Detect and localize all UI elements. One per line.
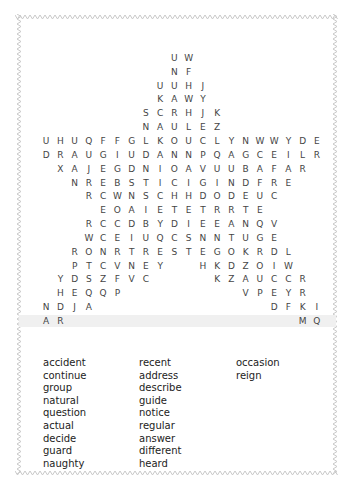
grid-cell[interactable]: R bbox=[53, 315, 67, 329]
grid-cell-empty bbox=[210, 79, 224, 93]
grid-cell[interactable]: A bbox=[68, 162, 82, 176]
grid-cell-empty bbox=[68, 190, 82, 204]
grid-cell-empty bbox=[167, 301, 181, 315]
grid-cell-empty bbox=[296, 259, 310, 273]
grid-cell[interactable]: D bbox=[167, 218, 181, 232]
border-zigzag-right bbox=[332, 14, 339, 476]
grid-cell[interactable]: W bbox=[253, 135, 267, 149]
grid-cell[interactable]: N bbox=[125, 190, 139, 204]
grid-cell-empty bbox=[139, 79, 153, 93]
grid-cell-empty bbox=[310, 52, 324, 66]
grid-cell[interactable]: Y bbox=[281, 135, 295, 149]
grid-cell[interactable]: D bbox=[68, 273, 82, 287]
grid-cell-empty bbox=[196, 65, 210, 79]
grid-cell[interactable]: G bbox=[96, 148, 110, 162]
grid-cell[interactable]: V bbox=[125, 273, 139, 287]
grid-cell[interactable]: Y bbox=[281, 287, 295, 301]
grid-cell-empty bbox=[253, 315, 267, 329]
grid-cell-empty bbox=[281, 93, 295, 107]
grid-cell[interactable]: R bbox=[296, 162, 310, 176]
grid-cell-empty bbox=[210, 65, 224, 79]
grid-cell[interactable]: K bbox=[210, 273, 224, 287]
grid-cell-empty bbox=[68, 79, 82, 93]
grid-cell[interactable]: F bbox=[110, 135, 124, 149]
grid-cell[interactable]: U bbox=[167, 79, 181, 93]
grid-cell[interactable]: D bbox=[125, 218, 139, 232]
grid-cell[interactable]: O bbox=[210, 190, 224, 204]
grid-cell[interactable]: U bbox=[68, 135, 82, 149]
grid-cell[interactable]: S bbox=[125, 176, 139, 190]
grid-cell[interactable]: G bbox=[239, 148, 253, 162]
grid-cell-empty bbox=[39, 273, 53, 287]
grid-cell[interactable]: P bbox=[110, 287, 124, 301]
grid-cell-empty bbox=[68, 93, 82, 107]
grid-cell[interactable]: Q bbox=[153, 231, 167, 245]
grid-cell[interactable]: H bbox=[53, 135, 67, 149]
grid-cell[interactable]: C bbox=[139, 273, 153, 287]
grid-cell-empty bbox=[39, 65, 53, 79]
grid-cell-empty bbox=[167, 315, 181, 329]
grid-cell[interactable]: S bbox=[82, 273, 96, 287]
grid-cell-empty bbox=[96, 315, 110, 329]
grid-cell[interactable]: O bbox=[167, 162, 181, 176]
grid-cell[interactable]: T bbox=[182, 245, 196, 259]
grid-cell[interactable]: E bbox=[267, 231, 281, 245]
grid-cell[interactable]: U bbox=[139, 231, 153, 245]
grid-cell-empty bbox=[224, 65, 238, 79]
grid-cell[interactable]: E bbox=[153, 204, 167, 218]
grid-cell[interactable]: D bbox=[196, 190, 210, 204]
grid-cell[interactable]: U bbox=[253, 273, 267, 287]
grid-cell[interactable]: I bbox=[182, 218, 196, 232]
grid-cell[interactable]: U bbox=[239, 231, 253, 245]
grid-cell[interactable]: Q bbox=[96, 287, 110, 301]
grid-cell[interactable]: J bbox=[82, 162, 96, 176]
grid-cell[interactable]: C bbox=[153, 107, 167, 121]
grid-cell-empty bbox=[296, 79, 310, 93]
grid-cell[interactable]: E bbox=[196, 218, 210, 232]
grid-cell[interactable]: R bbox=[110, 245, 124, 259]
grid-cell[interactable]: N bbox=[125, 259, 139, 273]
grid-cell[interactable]: N bbox=[167, 65, 181, 79]
grid-cell[interactable]: Q bbox=[82, 135, 96, 149]
grid-cell[interactable]: C bbox=[96, 218, 110, 232]
grid-cell[interactable]: M bbox=[296, 315, 310, 329]
grid-cell[interactable]: A bbox=[39, 315, 53, 329]
grid-cell[interactable]: E bbox=[239, 190, 253, 204]
grid-cell[interactable]: D bbox=[125, 162, 139, 176]
grid-cell-empty bbox=[281, 231, 295, 245]
grid-cell[interactable]: T bbox=[239, 204, 253, 218]
grid-cell[interactable]: U bbox=[125, 148, 139, 162]
grid-cell-empty bbox=[53, 245, 67, 259]
grid-cell-empty bbox=[153, 287, 167, 301]
border-zigzag-bottom bbox=[15, 470, 339, 477]
grid-cell[interactable]: W bbox=[267, 135, 281, 149]
grid-cell[interactable]: S bbox=[167, 245, 181, 259]
word-list-item: answer bbox=[139, 433, 182, 446]
grid-cell[interactable]: S bbox=[139, 107, 153, 121]
grid-cell[interactable]: H bbox=[182, 79, 196, 93]
grid-cell[interactable]: I bbox=[182, 176, 196, 190]
grid-cell[interactable]: C bbox=[196, 135, 210, 149]
grid-cell[interactable]: A bbox=[224, 218, 238, 232]
word-list-item: describe bbox=[139, 382, 182, 395]
grid-cell-empty bbox=[210, 287, 224, 301]
grid-cell[interactable]: O bbox=[253, 259, 267, 273]
grid-cell[interactable]: E bbox=[96, 176, 110, 190]
grid-cell[interactable]: N bbox=[196, 231, 210, 245]
grid-cell[interactable]: F bbox=[267, 162, 281, 176]
grid-cell[interactable]: G bbox=[196, 176, 210, 190]
grid-cell[interactable]: C bbox=[281, 273, 295, 287]
grid-cell[interactable]: X bbox=[53, 162, 67, 176]
grid-cell[interactable]: L bbox=[210, 135, 224, 149]
grid-cell[interactable]: Z bbox=[210, 121, 224, 135]
grid-cell[interactable]: B bbox=[139, 218, 153, 232]
grid-cell[interactable]: C bbox=[167, 231, 181, 245]
grid-cell[interactable]: B bbox=[110, 176, 124, 190]
grid-cell-empty bbox=[281, 204, 295, 218]
grid-cell-empty bbox=[281, 79, 295, 93]
grid-cell[interactable]: V bbox=[239, 287, 253, 301]
grid-cell[interactable]: K bbox=[210, 107, 224, 121]
grid-cell[interactable]: B bbox=[239, 162, 253, 176]
grid-cell[interactable]: R bbox=[68, 245, 82, 259]
grid-cell[interactable]: N bbox=[139, 162, 153, 176]
grid-cell[interactable]: K bbox=[210, 259, 224, 273]
grid-cell[interactable]: C bbox=[267, 190, 281, 204]
grid-cell[interactable]: U bbox=[224, 162, 238, 176]
grid-cell[interactable]: D bbox=[53, 301, 67, 315]
grid-cell[interactable]: I bbox=[310, 301, 324, 315]
grid-cell[interactable]: F bbox=[182, 65, 196, 79]
grid-cell[interactable]: I bbox=[210, 176, 224, 190]
grid-cell[interactable]: Y bbox=[224, 135, 238, 149]
grid-cell-empty bbox=[125, 287, 139, 301]
grid-cell-empty bbox=[296, 176, 310, 190]
grid-cell[interactable]: H bbox=[182, 107, 196, 121]
grid-cell[interactable]: U bbox=[82, 148, 96, 162]
grid-cell[interactable]: J bbox=[196, 79, 210, 93]
grid-cell[interactable]: R bbox=[82, 190, 96, 204]
grid-cell[interactable]: E bbox=[267, 287, 281, 301]
grid-cell[interactable]: G bbox=[253, 231, 267, 245]
grid-cell[interactable]: D bbox=[267, 245, 281, 259]
grid-cell[interactable]: L bbox=[281, 245, 295, 259]
grid-cell[interactable]: A bbox=[253, 162, 267, 176]
grid-cell[interactable]: N bbox=[139, 121, 153, 135]
grid-cell[interactable]: I bbox=[125, 231, 139, 245]
grid-cell[interactable]: U bbox=[167, 121, 181, 135]
grid-cell[interactable]: U bbox=[39, 135, 53, 149]
grid-cell[interactable]: R bbox=[310, 148, 324, 162]
grid-cell[interactable]: E bbox=[96, 162, 110, 176]
grid-cell[interactable]: F bbox=[96, 135, 110, 149]
grid-cell-empty bbox=[39, 287, 53, 301]
grid-cell[interactable]: R bbox=[267, 176, 281, 190]
grid-cell[interactable]: W bbox=[182, 93, 196, 107]
grid-cell-empty bbox=[82, 121, 96, 135]
grid-cell-empty bbox=[224, 301, 238, 315]
grid-cell[interactable]: S bbox=[182, 231, 196, 245]
grid-cell[interactable]: N bbox=[210, 231, 224, 245]
grid-cell[interactable]: G bbox=[125, 135, 139, 149]
grid-cell[interactable]: F bbox=[110, 273, 124, 287]
grid-cell[interactable]: T bbox=[125, 245, 139, 259]
word-list-item: address bbox=[139, 370, 182, 383]
grid-cell-empty bbox=[310, 79, 324, 93]
grid-cell[interactable]: T bbox=[82, 259, 96, 273]
grid-cell[interactable]: U bbox=[182, 135, 196, 149]
grid-cell[interactable]: R bbox=[53, 148, 67, 162]
grid-cell[interactable]: L bbox=[296, 148, 310, 162]
grid-cell[interactable]: R bbox=[253, 245, 267, 259]
grid-cell[interactable]: C bbox=[96, 259, 110, 273]
grid-cell[interactable]: Z bbox=[239, 259, 253, 273]
grid-cell[interactable]: R bbox=[224, 204, 238, 218]
grid-cell-empty bbox=[253, 301, 267, 315]
grid-cell[interactable]: D bbox=[224, 190, 238, 204]
grid-cell[interactable]: R bbox=[82, 218, 96, 232]
grid-cell[interactable]: T bbox=[167, 204, 181, 218]
grid-cell[interactable]: H bbox=[196, 259, 210, 273]
grid-cell-empty bbox=[53, 79, 67, 93]
grid-cell[interactable]: I bbox=[139, 204, 153, 218]
grid-cell-empty bbox=[139, 93, 153, 107]
grid-cell[interactable]: C bbox=[167, 176, 181, 190]
grid-cell[interactable]: E bbox=[267, 148, 281, 162]
grid-cell[interactable]: E bbox=[96, 204, 110, 218]
grid-cell-empty bbox=[267, 121, 281, 135]
grid-cell[interactable]: N bbox=[182, 148, 196, 162]
grid-cell[interactable]: A bbox=[153, 148, 167, 162]
grid-cell[interactable]: A bbox=[153, 121, 167, 135]
grid-cell[interactable]: N bbox=[39, 301, 53, 315]
grid-cell[interactable]: D bbox=[139, 148, 153, 162]
grid-cell[interactable]: V bbox=[110, 259, 124, 273]
grid-cell-empty bbox=[39, 218, 53, 232]
grid-cell-empty bbox=[68, 315, 82, 329]
grid-cell[interactable]: O bbox=[110, 204, 124, 218]
grid-cell[interactable]: A bbox=[167, 93, 181, 107]
grid-cell[interactable]: I bbox=[153, 162, 167, 176]
grid-cell-empty bbox=[310, 204, 324, 218]
grid-cell[interactable]: N bbox=[167, 148, 181, 162]
grid-cell-empty bbox=[167, 273, 181, 287]
grid-cell[interactable]: U bbox=[167, 52, 181, 66]
grid-cell[interactable]: K bbox=[296, 301, 310, 315]
grid-cell[interactable]: N bbox=[239, 135, 253, 149]
word-list-item: guard bbox=[43, 445, 86, 458]
grid-cell[interactable]: E bbox=[210, 218, 224, 232]
grid-cell[interactable]: E bbox=[153, 245, 167, 259]
grid-cell[interactable]: Q bbox=[310, 315, 324, 329]
grid-cell[interactable]: C bbox=[110, 218, 124, 232]
grid-cell[interactable]: P bbox=[68, 259, 82, 273]
grid-cell-empty bbox=[82, 65, 96, 79]
grid-cell[interactable]: I bbox=[281, 148, 295, 162]
grid-cell[interactable]: H bbox=[53, 287, 67, 301]
grid-cell[interactable]: E bbox=[110, 231, 124, 245]
grid-cell-empty bbox=[310, 245, 324, 259]
grid-cell-empty bbox=[82, 204, 96, 218]
grid-cell-empty bbox=[68, 52, 82, 66]
grid-cell-empty bbox=[110, 65, 124, 79]
grid-cell[interactable]: A bbox=[224, 148, 238, 162]
grid-cell[interactable]: A bbox=[182, 162, 196, 176]
grid-cell[interactable]: C bbox=[267, 273, 281, 287]
grid-cell[interactable]: Y bbox=[153, 218, 167, 232]
grid-cell[interactable]: T bbox=[196, 204, 210, 218]
grid-cell[interactable]: R bbox=[296, 287, 310, 301]
grid-cell-empty bbox=[125, 93, 139, 107]
grid-cell[interactable]: A bbox=[82, 301, 96, 315]
grid-cell[interactable]: U bbox=[253, 190, 267, 204]
grid-cell[interactable]: A bbox=[125, 204, 139, 218]
grid-cell[interactable]: N bbox=[224, 176, 238, 190]
grid-cell-empty bbox=[53, 204, 67, 218]
grid-cell-empty bbox=[296, 107, 310, 121]
grid-cell-empty bbox=[53, 259, 67, 273]
grid-cell[interactable]: W bbox=[82, 231, 96, 245]
grid-cell-empty bbox=[310, 65, 324, 79]
grid-cell[interactable]: A bbox=[239, 273, 253, 287]
grid-cell[interactable]: J bbox=[68, 301, 82, 315]
word-list-item: continue bbox=[43, 370, 86, 383]
grid-cell[interactable]: K bbox=[239, 245, 253, 259]
grid-cell[interactable]: E bbox=[68, 287, 82, 301]
grid-cell-empty bbox=[196, 273, 210, 287]
grid-cell[interactable]: W bbox=[110, 190, 124, 204]
grid-cell-empty bbox=[310, 231, 324, 245]
grid-cell[interactable]: T bbox=[139, 176, 153, 190]
grid-cell[interactable]: E bbox=[139, 259, 153, 273]
grid-cell[interactable]: C bbox=[96, 190, 110, 204]
grid-cell-empty bbox=[153, 273, 167, 287]
grid-cell[interactable]: G bbox=[210, 245, 224, 259]
grid-cell[interactable]: C bbox=[153, 190, 167, 204]
word-list-item: notice bbox=[139, 407, 182, 420]
grid-cell[interactable]: R bbox=[139, 245, 153, 259]
grid-cell-empty bbox=[96, 107, 110, 121]
grid-cell[interactable]: G bbox=[110, 162, 124, 176]
grid-cell[interactable]: C bbox=[253, 148, 267, 162]
grid-cell[interactable]: A bbox=[281, 162, 295, 176]
grid-cell[interactable]: E bbox=[281, 176, 295, 190]
grid-cell-empty bbox=[310, 176, 324, 190]
grid-cell[interactable]: O bbox=[82, 245, 96, 259]
grid-cell-empty bbox=[139, 301, 153, 315]
grid-cell[interactable]: R bbox=[167, 107, 181, 121]
grid-cell[interactable]: J bbox=[196, 107, 210, 121]
grid-cell[interactable]: V bbox=[267, 218, 281, 232]
grid-cell[interactable]: W bbox=[182, 52, 196, 66]
grid-cell[interactable]: O bbox=[224, 245, 238, 259]
grid-cell[interactable]: E bbox=[310, 135, 324, 149]
grid-cell-empty bbox=[310, 190, 324, 204]
grid-cell-empty bbox=[224, 79, 238, 93]
grid-cell[interactable]: R bbox=[82, 176, 96, 190]
grid-cell[interactable]: D bbox=[267, 301, 281, 315]
grid-cell[interactable]: Y bbox=[153, 259, 167, 273]
grid-cell[interactable]: V bbox=[196, 162, 210, 176]
grid-cell-empty bbox=[53, 176, 67, 190]
grid-cell[interactable]: E bbox=[253, 204, 267, 218]
grid-cell[interactable]: A bbox=[68, 148, 82, 162]
grid-cell[interactable]: D bbox=[39, 148, 53, 162]
grid-cell[interactable]: R bbox=[210, 204, 224, 218]
grid-cell[interactable]: N bbox=[239, 218, 253, 232]
grid-cell[interactable]: F bbox=[281, 301, 295, 315]
grid-cell[interactable]: O bbox=[167, 135, 181, 149]
grid-cell[interactable]: Q bbox=[82, 287, 96, 301]
grid-cell[interactable]: W bbox=[281, 259, 295, 273]
grid-cell-empty bbox=[310, 218, 324, 232]
grid-cell[interactable]: E bbox=[196, 121, 210, 135]
grid-cell[interactable]: E bbox=[182, 204, 196, 218]
grid-cell-empty bbox=[96, 93, 110, 107]
grid-cell[interactable]: D bbox=[296, 135, 310, 149]
grid-cell[interactable]: P bbox=[196, 148, 210, 162]
grid-cell[interactable]: D bbox=[239, 176, 253, 190]
grid-cell[interactable]: N bbox=[68, 176, 82, 190]
grid-cell[interactable]: F bbox=[253, 176, 267, 190]
grid-cell-empty bbox=[153, 52, 167, 66]
grid-cell-empty bbox=[53, 231, 67, 245]
grid-cell[interactable]: K bbox=[153, 93, 167, 107]
grid-cell[interactable]: C bbox=[96, 231, 110, 245]
grid-cell[interactable]: L bbox=[182, 121, 196, 135]
grid-cell-empty bbox=[310, 162, 324, 176]
grid-cell-empty bbox=[239, 107, 253, 121]
grid-cell[interactable]: S bbox=[139, 190, 153, 204]
grid-cell[interactable]: Y bbox=[53, 273, 67, 287]
grid-cell[interactable]: H bbox=[182, 190, 196, 204]
word-list-item: decide bbox=[43, 433, 86, 446]
grid-cell[interactable]: I bbox=[153, 176, 167, 190]
grid-cell[interactable]: Z bbox=[96, 273, 110, 287]
grid-cell[interactable]: Q bbox=[210, 148, 224, 162]
grid-cell[interactable]: R bbox=[296, 273, 310, 287]
grid-cell[interactable]: K bbox=[153, 135, 167, 149]
grid-cell[interactable]: H bbox=[167, 190, 181, 204]
grid-cell[interactable]: N bbox=[96, 245, 110, 259]
grid-cell[interactable]: U bbox=[210, 162, 224, 176]
grid-cell[interactable]: U bbox=[153, 79, 167, 93]
grid-cell[interactable]: L bbox=[139, 135, 153, 149]
word-list-item: guide bbox=[139, 395, 182, 408]
grid-cell-empty bbox=[110, 52, 124, 66]
grid-cell[interactable]: T bbox=[224, 231, 238, 245]
grid-cell[interactable]: Z bbox=[224, 273, 238, 287]
grid-cell-empty bbox=[253, 52, 267, 66]
grid-cell[interactable]: P bbox=[253, 287, 267, 301]
grid-cell[interactable]: D bbox=[224, 259, 238, 273]
grid-cell[interactable]: E bbox=[196, 245, 210, 259]
grid-cell-empty bbox=[253, 107, 267, 121]
grid-cell-empty bbox=[68, 204, 82, 218]
grid-cell-empty bbox=[296, 190, 310, 204]
grid-cell[interactable]: Y bbox=[196, 93, 210, 107]
grid-cell[interactable]: Q bbox=[253, 218, 267, 232]
grid-cell-empty bbox=[110, 107, 124, 121]
grid-cell-empty bbox=[125, 52, 139, 66]
grid-cell-empty bbox=[96, 301, 110, 315]
grid-cell[interactable]: I bbox=[110, 148, 124, 162]
grid-cell[interactable]: I bbox=[267, 259, 281, 273]
grid-cell-empty bbox=[310, 121, 324, 135]
